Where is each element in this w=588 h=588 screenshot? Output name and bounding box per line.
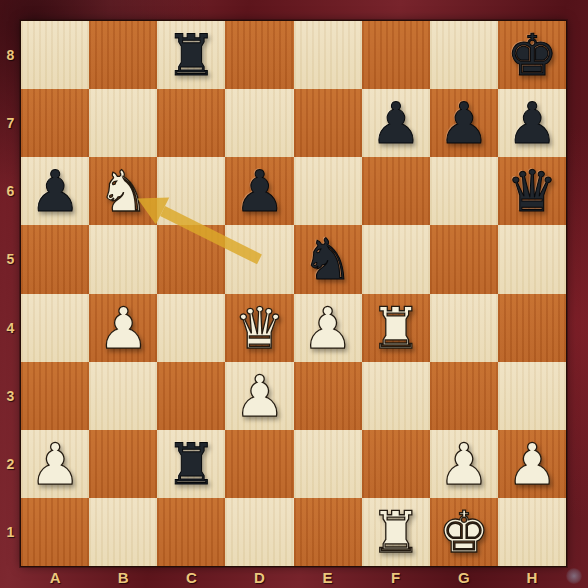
piece-black-pawn-d6[interactable]: ♟: [234, 157, 285, 225]
piece-white-knight-b6[interactable]: ♞: [98, 157, 149, 225]
square-b2[interactable]: [89, 430, 157, 498]
square-h2[interactable]: ♟: [498, 430, 566, 498]
file-label-b: B: [89, 566, 157, 588]
square-c3[interactable]: [157, 362, 225, 430]
rank-label-8: 8: [0, 21, 21, 89]
square-d8[interactable]: [225, 21, 293, 89]
square-e8[interactable]: [294, 21, 362, 89]
piece-white-pawn-b4[interactable]: ♟: [98, 294, 149, 362]
file-label-g: G: [430, 566, 498, 588]
square-h3[interactable]: [498, 362, 566, 430]
square-h8[interactable]: ♚: [498, 21, 566, 89]
square-b3[interactable]: [89, 362, 157, 430]
square-e6[interactable]: [294, 157, 362, 225]
rank-label-3: 3: [0, 362, 21, 430]
square-e1[interactable]: [294, 498, 362, 566]
watermark-dot: [566, 568, 582, 584]
square-b8[interactable]: [89, 21, 157, 89]
square-a5[interactable]: [21, 225, 89, 293]
square-f5[interactable]: [362, 225, 430, 293]
file-label-h: H: [498, 566, 566, 588]
square-a6[interactable]: ♟: [21, 157, 89, 225]
square-a8[interactable]: [21, 21, 89, 89]
file-label-e: E: [294, 566, 362, 588]
square-g4[interactable]: [430, 294, 498, 362]
square-f8[interactable]: [362, 21, 430, 89]
piece-white-pawn-h2[interactable]: ♟: [506, 430, 557, 498]
piece-black-king-h8[interactable]: ♚: [506, 21, 557, 89]
square-h5[interactable]: [498, 225, 566, 293]
piece-white-rook-f4[interactable]: ♜: [370, 294, 421, 362]
square-c8[interactable]: ♜: [157, 21, 225, 89]
piece-black-pawn-g7[interactable]: ♟: [438, 89, 489, 157]
piece-black-rook-c2[interactable]: ♜: [166, 430, 217, 498]
square-f4[interactable]: ♜: [362, 294, 430, 362]
square-h4[interactable]: [498, 294, 566, 362]
square-c1[interactable]: [157, 498, 225, 566]
piece-white-king-g1[interactable]: ♚: [438, 498, 489, 566]
square-g2[interactable]: ♟: [430, 430, 498, 498]
square-c7[interactable]: [157, 89, 225, 157]
file-label-a: A: [21, 566, 89, 588]
chessboard-frame: ♜♚♟♟♟♟♞♟♛♞♟♛♟♜♟♟♜♟♟♜♚ 87654321 ABCDEFGH: [0, 0, 588, 588]
rank-label-2: 2: [0, 430, 21, 498]
square-a1[interactable]: [21, 498, 89, 566]
piece-white-pawn-g2[interactable]: ♟: [438, 430, 489, 498]
piece-white-rook-f1[interactable]: ♜: [370, 498, 421, 566]
square-f2[interactable]: [362, 430, 430, 498]
piece-black-queen-h6[interactable]: ♛: [506, 157, 557, 225]
square-h6[interactable]: ♛: [498, 157, 566, 225]
square-d7[interactable]: [225, 89, 293, 157]
square-f1[interactable]: ♜: [362, 498, 430, 566]
rank-label-4: 4: [0, 294, 21, 362]
piece-black-pawn-a6[interactable]: ♟: [30, 157, 81, 225]
square-d3[interactable]: ♟: [225, 362, 293, 430]
piece-white-pawn-e4[interactable]: ♟: [302, 294, 353, 362]
square-a4[interactable]: [21, 294, 89, 362]
square-d6[interactable]: ♟: [225, 157, 293, 225]
piece-black-pawn-f7[interactable]: ♟: [370, 89, 421, 157]
square-b6[interactable]: ♞: [89, 157, 157, 225]
square-b5[interactable]: [89, 225, 157, 293]
square-b1[interactable]: [89, 498, 157, 566]
piece-black-pawn-h7[interactable]: ♟: [506, 89, 557, 157]
square-b7[interactable]: [89, 89, 157, 157]
file-label-d: D: [225, 566, 293, 588]
piece-black-rook-c8[interactable]: ♜: [166, 21, 217, 89]
square-g6[interactable]: [430, 157, 498, 225]
square-a7[interactable]: [21, 89, 89, 157]
square-e2[interactable]: [294, 430, 362, 498]
square-g5[interactable]: [430, 225, 498, 293]
piece-white-pawn-a2[interactable]: ♟: [30, 430, 81, 498]
square-c4[interactable]: [157, 294, 225, 362]
square-g7[interactable]: ♟: [430, 89, 498, 157]
rank-label-1: 1: [0, 498, 21, 566]
file-label-c: C: [157, 566, 225, 588]
square-g1[interactable]: ♚: [430, 498, 498, 566]
chessboard: ♜♚♟♟♟♟♞♟♛♞♟♛♟♜♟♟♜♟♟♜♚: [21, 21, 566, 566]
rank-label-6: 6: [0, 157, 21, 225]
square-d4[interactable]: ♛: [225, 294, 293, 362]
square-d2[interactable]: [225, 430, 293, 498]
piece-white-pawn-d3[interactable]: ♟: [234, 362, 285, 430]
rank-label-7: 7: [0, 89, 21, 157]
square-c5[interactable]: [157, 225, 225, 293]
piece-white-queen-d4[interactable]: ♛: [234, 294, 285, 362]
square-f7[interactable]: ♟: [362, 89, 430, 157]
square-d5[interactable]: [225, 225, 293, 293]
square-e5[interactable]: ♞: [294, 225, 362, 293]
rank-label-5: 5: [0, 225, 21, 293]
square-f3[interactable]: [362, 362, 430, 430]
square-g8[interactable]: [430, 21, 498, 89]
square-a3[interactable]: [21, 362, 89, 430]
square-e4[interactable]: ♟: [294, 294, 362, 362]
square-c2[interactable]: ♜: [157, 430, 225, 498]
square-e3[interactable]: [294, 362, 362, 430]
square-c6[interactable]: [157, 157, 225, 225]
square-a2[interactable]: ♟: [21, 430, 89, 498]
square-h7[interactable]: ♟: [498, 89, 566, 157]
square-e7[interactable]: [294, 89, 362, 157]
piece-black-knight-e5[interactable]: ♞: [302, 225, 353, 293]
file-label-f: F: [362, 566, 430, 588]
square-f6[interactable]: [362, 157, 430, 225]
square-g3[interactable]: [430, 362, 498, 430]
square-d1[interactable]: [225, 498, 293, 566]
square-b4[interactable]: ♟: [89, 294, 157, 362]
square-h1[interactable]: [498, 498, 566, 566]
